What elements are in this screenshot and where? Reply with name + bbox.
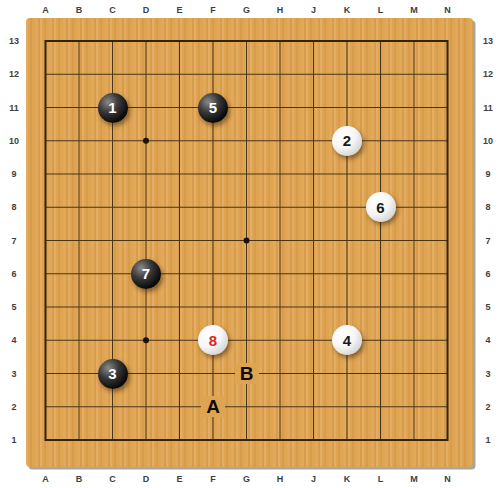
coord-left-10: 10 [9, 136, 19, 145]
coord-left-3: 3 [11, 369, 16, 378]
coord-top-E: E [176, 6, 182, 15]
coord-top-K: K [344, 6, 351, 15]
stone-number: 2 [343, 133, 351, 148]
stone-3-black-C3[interactable]: 3 [98, 359, 128, 389]
coord-right-13: 13 [483, 37, 493, 46]
coord-top-L: L [378, 6, 384, 15]
stone-number: 5 [209, 100, 217, 115]
coord-top-G: G [243, 6, 250, 15]
coord-left-1: 1 [11, 436, 16, 445]
coord-left-7: 7 [11, 236, 16, 245]
coord-top-N: N [444, 6, 451, 15]
stones-layer: 12345678AB [29, 24, 465, 456]
stone-5-black-F11[interactable]: 5 [198, 93, 228, 123]
go-board[interactable]: 12345678AB [26, 18, 473, 467]
coord-left-11: 11 [9, 103, 19, 112]
stone-number: 8 [209, 333, 217, 348]
coord-top-H: H [277, 6, 284, 15]
coord-right-1: 1 [485, 436, 490, 445]
point-label-A-F2[interactable]: A [201, 396, 225, 417]
coord-bottom-B: B [76, 474, 83, 483]
stone-number: 4 [343, 333, 351, 348]
stone-number: 3 [108, 366, 116, 381]
coord-left-8: 8 [11, 203, 16, 212]
coord-bottom-D: D [143, 474, 150, 483]
coord-bottom-E: E [176, 474, 182, 483]
coord-bottom-N: N [444, 474, 451, 483]
coord-right-8: 8 [485, 203, 490, 212]
coord-top-D: D [143, 6, 150, 15]
stone-1-black-C11[interactable]: 1 [98, 93, 128, 123]
coord-right-6: 6 [485, 269, 490, 278]
coord-top-A: A [42, 6, 49, 15]
coord-top-C: C [109, 6, 116, 15]
coord-bottom-G: G [243, 474, 250, 483]
coord-left-6: 6 [11, 269, 16, 278]
stone-number: 7 [142, 266, 150, 281]
point-label-B-G3[interactable]: B [235, 363, 259, 384]
coord-right-3: 3 [485, 369, 490, 378]
stone-6-white-L8[interactable]: 6 [366, 192, 396, 222]
coord-top-F: F [210, 6, 216, 15]
stone-number: 6 [376, 200, 384, 215]
coord-bottom-H: H [277, 474, 284, 483]
go-diagram-page: 12345678AB AABBCCDDEEFFGGHHJJKKLLMMNN131… [0, 0, 500, 488]
coord-right-9: 9 [485, 170, 490, 179]
coord-top-B: B [76, 6, 83, 15]
coord-right-11: 11 [483, 103, 493, 112]
coord-bottom-L: L [378, 474, 384, 483]
coord-left-5: 5 [11, 303, 16, 312]
coord-right-10: 10 [483, 136, 493, 145]
stone-number: 1 [108, 100, 116, 115]
stone-7-black-D6[interactable]: 7 [131, 259, 161, 289]
coord-right-4: 4 [485, 336, 490, 345]
coord-right-12: 12 [483, 70, 493, 79]
coord-bottom-C: C [109, 474, 116, 483]
coord-left-2: 2 [11, 402, 16, 411]
stone-2-white-K10[interactable]: 2 [332, 126, 362, 156]
coord-left-9: 9 [11, 170, 16, 179]
coord-top-J: J [311, 6, 316, 15]
coord-left-4: 4 [11, 336, 16, 345]
coord-right-5: 5 [485, 303, 490, 312]
coord-bottom-F: F [210, 474, 216, 483]
coord-top-M: M [410, 6, 418, 15]
coord-bottom-M: M [410, 474, 418, 483]
coord-bottom-J: J [311, 474, 316, 483]
coord-bottom-K: K [344, 474, 351, 483]
stone-8-white-F4[interactable]: 8 [198, 325, 228, 355]
coord-left-12: 12 [9, 70, 19, 79]
coord-right-7: 7 [485, 236, 490, 245]
coord-bottom-A: A [42, 474, 49, 483]
coord-right-2: 2 [485, 402, 490, 411]
coord-left-13: 13 [9, 37, 19, 46]
stone-4-white-K4[interactable]: 4 [332, 325, 362, 355]
